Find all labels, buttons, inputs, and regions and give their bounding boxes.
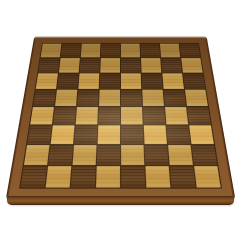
square-d7: [100, 58, 120, 73]
square-a5: [33, 90, 56, 106]
square-h8: [179, 44, 200, 58]
square-e1: [121, 166, 145, 188]
square-f6: [142, 73, 163, 88]
square-c4: [76, 107, 98, 125]
square-h6: [183, 73, 205, 88]
square-d2: [97, 145, 120, 165]
board-grid: [20, 44, 220, 188]
square-d4: [98, 107, 120, 125]
square-b6: [57, 73, 79, 88]
square-g4: [165, 107, 188, 125]
square-c2: [73, 145, 97, 165]
square-a6: [36, 73, 58, 88]
square-g1: [170, 166, 196, 188]
square-c7: [80, 58, 100, 73]
square-f5: [142, 90, 164, 106]
square-g5: [164, 90, 186, 106]
square-f7: [141, 58, 161, 73]
square-f2: [145, 145, 169, 165]
square-b7: [59, 58, 80, 73]
square-f8: [140, 44, 160, 58]
square-h4: [187, 107, 211, 125]
square-d8: [101, 44, 120, 58]
square-g7: [161, 58, 182, 73]
square-d3: [98, 125, 120, 144]
square-c1: [71, 166, 96, 188]
square-f1: [145, 166, 170, 188]
square-c5: [77, 90, 99, 106]
square-d5: [99, 90, 120, 106]
square-e7: [121, 58, 141, 73]
square-b2: [48, 145, 73, 165]
board-front-edge: [7, 196, 234, 205]
square-b4: [53, 107, 76, 125]
square-a8: [41, 44, 62, 58]
product-photo-background: [0, 0, 240, 240]
square-g3: [167, 125, 191, 144]
square-f3: [144, 125, 167, 144]
square-b3: [51, 125, 75, 144]
square-e3: [121, 125, 143, 144]
square-d6: [100, 73, 120, 88]
square-b5: [55, 90, 77, 106]
square-h1: [194, 166, 221, 188]
square-g8: [160, 44, 180, 58]
square-g6: [162, 73, 184, 88]
square-c8: [81, 44, 101, 58]
square-a3: [27, 125, 52, 144]
square-e4: [121, 107, 143, 125]
square-e5: [121, 90, 142, 106]
square-c3: [74, 125, 97, 144]
square-e2: [121, 145, 144, 165]
square-d1: [96, 166, 120, 188]
square-h5: [185, 90, 208, 106]
square-h2: [192, 145, 218, 165]
square-f4: [143, 107, 165, 125]
square-c6: [78, 73, 99, 88]
square-a4: [30, 107, 54, 125]
square-h3: [189, 125, 214, 144]
square-a7: [38, 58, 59, 73]
square-b8: [61, 44, 81, 58]
square-b1: [46, 166, 72, 188]
square-h7: [181, 58, 202, 73]
square-a1: [20, 166, 47, 188]
square-e8: [121, 44, 140, 58]
chess-board: [7, 37, 234, 198]
square-e6: [121, 73, 141, 88]
square-a2: [24, 145, 50, 165]
square-g2: [168, 145, 193, 165]
